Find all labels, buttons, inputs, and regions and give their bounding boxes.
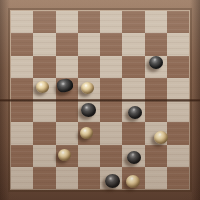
white-pawn-d5[interactable] [81, 82, 94, 94]
piece-highlight [83, 129, 87, 132]
square-b1[interactable] [33, 167, 55, 189]
square-g4[interactable] [145, 100, 167, 122]
piece-highlight [108, 177, 113, 180]
square-a7[interactable] [11, 33, 33, 55]
square-c7[interactable] [56, 33, 78, 55]
square-e2[interactable] [100, 145, 122, 167]
square-c8[interactable] [56, 11, 78, 33]
square-d2[interactable] [78, 145, 100, 167]
piece-highlight [130, 177, 134, 180]
piece-highlight [39, 83, 43, 86]
square-e5[interactable] [100, 78, 122, 100]
piece-highlight [84, 106, 89, 109]
square-a1[interactable] [11, 167, 33, 189]
black-pawn-d4[interactable] [81, 103, 96, 117]
square-b4[interactable] [33, 100, 55, 122]
black-pawn-f2[interactable] [127, 151, 141, 164]
white-pawn-b5[interactable] [36, 81, 49, 93]
white-pawn-d3[interactable] [80, 127, 93, 139]
square-a5[interactable] [11, 78, 33, 100]
piece-highlight [60, 81, 65, 85]
square-e7[interactable] [100, 33, 122, 55]
square-g7[interactable] [145, 33, 167, 55]
square-e4[interactable] [100, 100, 122, 122]
piece-highlight [153, 58, 157, 61]
square-d8[interactable] [78, 11, 100, 33]
square-h1[interactable] [167, 167, 189, 189]
square-e3[interactable] [100, 122, 122, 144]
square-a3[interactable] [11, 122, 33, 144]
square-d7[interactable] [78, 33, 100, 55]
square-h6[interactable] [167, 56, 189, 78]
square-h2[interactable] [167, 145, 189, 167]
square-f6[interactable] [122, 56, 144, 78]
square-b3[interactable] [33, 122, 55, 144]
square-g8[interactable] [145, 11, 167, 33]
black-pawn-g6[interactable] [149, 56, 163, 69]
square-d6[interactable] [78, 56, 100, 78]
square-f5[interactable] [122, 78, 144, 100]
square-a6[interactable] [11, 56, 33, 78]
square-a4[interactable] [11, 100, 33, 122]
square-b8[interactable] [33, 11, 55, 33]
square-f7[interactable] [122, 33, 144, 55]
piece-highlight [132, 108, 136, 111]
square-b2[interactable] [33, 145, 55, 167]
square-h5[interactable] [167, 78, 189, 100]
black-pawn-f4[interactable] [128, 106, 142, 119]
piece-highlight [131, 153, 135, 156]
piece-highlight [158, 133, 162, 136]
square-c6[interactable] [56, 56, 78, 78]
square-e8[interactable] [100, 11, 122, 33]
chess-board [10, 10, 190, 190]
white-pawn-g3[interactable] [154, 131, 168, 144]
square-g1[interactable] [145, 167, 167, 189]
square-c4[interactable] [56, 100, 78, 122]
square-h4[interactable] [167, 100, 189, 122]
white-pawn-c2[interactable] [58, 149, 71, 161]
white-pawn-f1[interactable] [126, 175, 140, 188]
square-e6[interactable] [100, 56, 122, 78]
square-b7[interactable] [33, 33, 55, 55]
square-f3[interactable] [122, 122, 144, 144]
black-pawn-e1[interactable] [105, 174, 120, 188]
square-g2[interactable] [145, 145, 167, 167]
square-f8[interactable] [122, 11, 144, 33]
square-a8[interactable] [11, 11, 33, 33]
chessboard-photo [0, 0, 200, 200]
square-d1[interactable] [78, 167, 100, 189]
square-c3[interactable] [56, 122, 78, 144]
piece-highlight [61, 151, 65, 154]
square-a2[interactable] [11, 145, 33, 167]
square-g5[interactable] [145, 78, 167, 100]
piece-highlight [84, 84, 88, 87]
square-h8[interactable] [167, 11, 189, 33]
square-h7[interactable] [167, 33, 189, 55]
square-c1[interactable] [56, 167, 78, 189]
square-h3[interactable] [167, 122, 189, 144]
square-b6[interactable] [33, 56, 55, 78]
